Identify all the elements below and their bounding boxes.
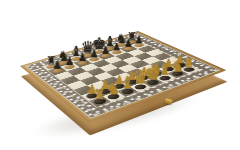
product-photo-chess-set: ♜♞♝♛♚♝♞♜♟♟♟♟♟♟♟♟♟♟♟♟♟♟♟♟♜♞♝♛♚♝♞♜ xyxy=(0,0,240,150)
black-pawn-a7: ♟ xyxy=(45,60,71,71)
square-d5 xyxy=(99,64,118,72)
square-a7: ♟ xyxy=(48,67,67,75)
white-rook-a1: ♜ xyxy=(85,88,115,102)
square-a1: ♜ xyxy=(89,96,111,107)
